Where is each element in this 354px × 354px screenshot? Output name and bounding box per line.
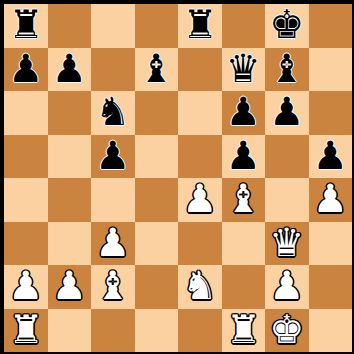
square-g1[interactable]: ♚ [265,309,309,353]
board-frame: ♜♜♚♟♟♝♛♝♞♟♟♟♟♟♟♝♟♟♛♟♟♝♞♟♜♜♚ [0,0,354,354]
black-pawn-f6[interactable]: ♟ [226,92,261,131]
square-f6[interactable]: ♟ [222,91,266,135]
square-g5[interactable] [265,135,309,179]
black-rook-a8[interactable]: ♜ [8,5,43,44]
white-rook-f1[interactable]: ♜ [226,310,261,349]
square-f1[interactable]: ♜ [222,309,266,353]
white-rook-a1[interactable]: ♜ [8,310,43,349]
square-g7[interactable]: ♝ [265,48,309,92]
square-b8[interactable] [48,4,92,48]
square-f4[interactable]: ♝ [222,178,266,222]
square-e8[interactable]: ♜ [178,4,222,48]
square-b1[interactable] [48,309,92,353]
square-g4[interactable] [265,178,309,222]
square-e5[interactable] [178,135,222,179]
square-g3[interactable]: ♛ [265,222,309,266]
square-h4[interactable]: ♟ [309,178,353,222]
black-pawn-f5[interactable]: ♟ [226,136,261,175]
square-c3[interactable]: ♟ [91,222,135,266]
square-c2[interactable]: ♝ [91,265,135,309]
square-b3[interactable] [48,222,92,266]
square-a4[interactable] [4,178,48,222]
square-h2[interactable] [309,265,353,309]
white-pawn-b2[interactable]: ♟ [52,266,87,305]
square-e3[interactable] [178,222,222,266]
square-d6[interactable] [135,91,179,135]
square-h7[interactable] [309,48,353,92]
square-a6[interactable] [4,91,48,135]
black-pawn-g6[interactable]: ♟ [269,92,304,131]
black-pawn-h5[interactable]: ♟ [313,136,348,175]
white-pawn-h4[interactable]: ♟ [313,179,348,218]
square-c4[interactable] [91,178,135,222]
white-queen-g3[interactable]: ♛ [269,223,304,262]
white-pawn-c3[interactable]: ♟ [95,223,130,262]
square-g2[interactable]: ♟ [265,265,309,309]
square-g8[interactable]: ♚ [265,4,309,48]
square-a5[interactable] [4,135,48,179]
square-a1[interactable]: ♜ [4,309,48,353]
square-c1[interactable] [91,309,135,353]
square-e6[interactable] [178,91,222,135]
square-f2[interactable] [222,265,266,309]
square-d4[interactable] [135,178,179,222]
white-pawn-g2[interactable]: ♟ [269,266,304,305]
black-bishop-g7[interactable]: ♝ [269,49,304,88]
square-b2[interactable]: ♟ [48,265,92,309]
chess-board: ♜♜♚♟♟♝♛♝♞♟♟♟♟♟♟♝♟♟♛♟♟♝♞♟♜♜♚ [4,4,352,352]
black-queen-f7[interactable]: ♛ [226,49,261,88]
square-a3[interactable] [4,222,48,266]
square-c6[interactable]: ♞ [91,91,135,135]
square-a8[interactable]: ♜ [4,4,48,48]
square-f8[interactable] [222,4,266,48]
square-h3[interactable] [309,222,353,266]
square-g6[interactable]: ♟ [265,91,309,135]
white-bishop-c2[interactable]: ♝ [95,266,130,305]
square-c5[interactable]: ♟ [91,135,135,179]
square-a2[interactable]: ♟ [4,265,48,309]
square-e1[interactable] [178,309,222,353]
square-c8[interactable] [91,4,135,48]
black-bishop-d7[interactable]: ♝ [139,49,174,88]
square-d1[interactable] [135,309,179,353]
square-b4[interactable] [48,178,92,222]
square-h1[interactable] [309,309,353,353]
square-d2[interactable] [135,265,179,309]
square-h8[interactable] [309,4,353,48]
black-knight-c6[interactable]: ♞ [95,92,130,131]
white-king-g1[interactable]: ♚ [269,310,304,349]
square-b6[interactable] [48,91,92,135]
square-d8[interactable] [135,4,179,48]
square-d3[interactable] [135,222,179,266]
square-f3[interactable] [222,222,266,266]
square-d7[interactable]: ♝ [135,48,179,92]
square-e7[interactable] [178,48,222,92]
black-pawn-c5[interactable]: ♟ [95,136,130,175]
square-a7[interactable]: ♟ [4,48,48,92]
black-pawn-a7[interactable]: ♟ [8,49,43,88]
square-f5[interactable]: ♟ [222,135,266,179]
square-c7[interactable] [91,48,135,92]
white-bishop-f4[interactable]: ♝ [226,179,261,218]
black-king-g8[interactable]: ♚ [269,5,304,44]
square-e4[interactable]: ♟ [178,178,222,222]
square-h6[interactable] [309,91,353,135]
square-b5[interactable] [48,135,92,179]
white-pawn-a2[interactable]: ♟ [8,266,43,305]
square-d5[interactable] [135,135,179,179]
square-e2[interactable]: ♞ [178,265,222,309]
black-rook-e8[interactable]: ♜ [182,5,217,44]
square-f7[interactable]: ♛ [222,48,266,92]
white-pawn-e4[interactable]: ♟ [182,179,217,218]
square-h5[interactable]: ♟ [309,135,353,179]
square-b7[interactable]: ♟ [48,48,92,92]
white-knight-e2[interactable]: ♞ [182,266,217,305]
black-pawn-b7[interactable]: ♟ [52,49,87,88]
